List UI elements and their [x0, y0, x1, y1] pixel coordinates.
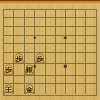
board-cell-6-1[interactable]	[35, 10, 45, 19]
board-cell-9-1[interactable]	[4, 10, 14, 19]
piece-king[interactable]: 王	[4, 84, 13, 94]
board-cell-1-6[interactable]	[86, 53, 96, 64]
board-cell-7-3[interactable]	[25, 27, 35, 36]
piece-gold[interactable]: 金	[25, 84, 34, 94]
board-cell-6-3[interactable]	[35, 27, 45, 36]
board-cell-8-9[interactable]	[14, 84, 24, 94]
piece-kanji: 歩	[36, 55, 43, 63]
piece-face: 歩	[36, 54, 44, 63]
board-cell-2-3[interactable]	[76, 27, 86, 36]
board-cell-4-2[interactable]	[56, 18, 66, 27]
board-cell-6-7[interactable]	[35, 64, 45, 75]
board-cell-4-5[interactable]	[56, 44, 66, 53]
board-cell-9-7[interactable]: 歩	[4, 64, 14, 75]
board-cell-5-7[interactable]	[46, 64, 56, 75]
piece-face: 王	[5, 85, 13, 94]
board-cell-7-8[interactable]	[25, 76, 35, 85]
board-cell-8-5[interactable]	[14, 44, 24, 53]
board-cell-4-3[interactable]	[56, 27, 66, 36]
board-cell-1-5[interactable]	[86, 44, 96, 53]
shogi-board-screenshot: 歩歩歩銀王金	[0, 0, 100, 100]
board-cell-7-5[interactable]	[25, 44, 35, 53]
board-cell-5-3[interactable]	[46, 27, 56, 36]
board-cell-2-4[interactable]	[76, 36, 86, 45]
board-cell-1-1[interactable]	[86, 10, 96, 19]
board-cell-2-6[interactable]	[76, 53, 86, 64]
board-cell-8-7[interactable]	[14, 64, 24, 75]
piece-kanji: 歩	[16, 55, 23, 63]
board-cell-6-6[interactable]: 歩	[35, 53, 45, 64]
piece-face: 金	[25, 85, 33, 94]
board-cell-3-4[interactable]	[66, 36, 76, 45]
board-cell-7-6[interactable]	[25, 53, 35, 64]
board-cell-5-1[interactable]	[46, 10, 56, 19]
board-cell-1-4[interactable]	[86, 36, 96, 45]
board-cell-6-9[interactable]	[35, 84, 45, 94]
piece-kanji: 金	[26, 86, 33, 94]
board-cell-4-9[interactable]	[56, 84, 66, 94]
board-cell-1-7[interactable]	[86, 64, 96, 75]
board-cell-2-7[interactable]	[76, 64, 86, 75]
board-cell-3-3[interactable]	[66, 27, 76, 36]
board-cell-8-6[interactable]: 歩	[14, 53, 24, 64]
board-cell-8-8[interactable]	[14, 76, 24, 85]
board-cell-5-2[interactable]	[46, 18, 56, 27]
board-cell-4-6[interactable]	[56, 53, 66, 64]
board-cell-2-8[interactable]	[76, 76, 86, 85]
board-cell-5-9[interactable]	[46, 84, 56, 94]
board-cell-6-8[interactable]	[35, 76, 45, 85]
piece-face: 歩	[15, 54, 23, 63]
board-cell-2-2[interactable]	[76, 18, 86, 27]
board-cell-5-4[interactable]	[46, 36, 56, 45]
board-cell-1-8[interactable]	[86, 76, 96, 85]
board-cell-3-9[interactable]	[66, 84, 76, 94]
board-cell-4-8[interactable]	[56, 76, 66, 85]
board-cell-3-7[interactable]	[66, 64, 76, 75]
piece-pawn[interactable]: 歩	[4, 64, 13, 74]
board-cell-7-9[interactable]: 金	[25, 84, 35, 94]
board-cell-3-6[interactable]	[66, 53, 76, 64]
board-cell-6-5[interactable]	[35, 44, 45, 53]
board-cell-1-9[interactable]	[86, 84, 96, 94]
board-cell-9-6[interactable]	[4, 53, 14, 64]
board-cell-5-6[interactable]	[46, 53, 56, 64]
board-cell-6-4[interactable]	[35, 36, 45, 45]
board-cell-7-1[interactable]	[25, 10, 35, 19]
board-cell-9-8[interactable]	[4, 76, 14, 85]
piece-kanji: 歩	[5, 66, 12, 74]
board-cell-9-9[interactable]: 王	[4, 84, 14, 94]
board-cell-3-5[interactable]	[66, 44, 76, 53]
board-cell-3-2[interactable]	[66, 18, 76, 27]
table-edge-strip	[0, 0, 100, 4]
piece-face: 銀	[25, 65, 33, 74]
board-cell-8-4[interactable]	[14, 36, 24, 45]
board-cell-2-9[interactable]	[76, 84, 86, 94]
board-cell-1-3[interactable]	[86, 27, 96, 36]
board-cell-4-1[interactable]	[56, 10, 66, 19]
board-cell-2-1[interactable]	[76, 10, 86, 19]
board-cell-9-5[interactable]	[4, 44, 14, 53]
piece-face: 歩	[5, 65, 13, 74]
board-cell-3-8[interactable]	[66, 76, 76, 85]
board-cell-2-5[interactable]	[76, 44, 86, 53]
board-cell-5-5[interactable]	[46, 44, 56, 53]
piece-kanji: 王	[5, 86, 12, 94]
board-cell-3-1[interactable]	[66, 10, 76, 19]
piece-kanji: 銀	[26, 66, 33, 74]
shogi-board-grid: 歩歩歩銀王金	[3, 9, 97, 96]
board-cell-5-8[interactable]	[46, 76, 56, 85]
board-cell-8-3[interactable]	[14, 27, 24, 36]
piece-pawn[interactable]: 歩	[35, 53, 44, 63]
board-cell-7-2[interactable]	[25, 18, 35, 27]
board-cell-9-2[interactable]	[4, 18, 14, 27]
board-cell-6-2[interactable]	[35, 18, 45, 27]
piece-pawn[interactable]: 歩	[14, 53, 23, 63]
board-cell-1-2[interactable]	[86, 18, 96, 27]
board-cell-9-3[interactable]	[4, 27, 14, 36]
board-cell-9-4[interactable]	[4, 36, 14, 45]
board-cell-8-1[interactable]	[14, 10, 24, 19]
board-cell-8-2[interactable]	[14, 18, 24, 27]
